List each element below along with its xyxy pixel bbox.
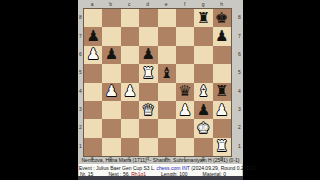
square-g6 (194, 46, 212, 64)
square-e3 (158, 101, 176, 119)
square-d5: ♜ (139, 64, 157, 82)
left-black-bar (0, 0, 78, 180)
piece-black-bishop: ♝ (160, 66, 173, 81)
square-a1 (84, 138, 102, 156)
square-f5 (176, 64, 194, 82)
square-e5: ♝ (158, 64, 176, 82)
rank-labels-right: 87654321 (237, 8, 242, 155)
rank-label-3: 3 (237, 100, 242, 118)
square-h1: ♜ (213, 138, 231, 156)
piece-black-pawn: ♟ (215, 29, 228, 44)
piece-white-pawn: ♟ (215, 103, 228, 118)
square-a7: ♟ (84, 27, 102, 45)
file-label-h: h (213, 1, 232, 7)
square-d6: ♟ (139, 46, 157, 64)
square-e1 (158, 138, 176, 156)
square-g1 (194, 138, 212, 156)
piece-black-pawn: ♟ (197, 103, 210, 118)
piece-white-king: ♚ (197, 121, 210, 136)
file-label-d: d (139, 1, 158, 7)
square-h8: ♚ (213, 9, 231, 27)
piece-black-pawn: ♟ (86, 29, 99, 44)
square-a5 (84, 64, 102, 82)
piece-white-pawn: ♟ (105, 84, 118, 99)
square-g8: ♜ (194, 9, 212, 27)
square-g3: ♟ (194, 101, 212, 119)
square-g5 (194, 64, 212, 82)
file-label-c: c (120, 1, 139, 7)
square-c2 (121, 119, 139, 137)
square-d3: ♛ (139, 101, 157, 119)
square-b5 (102, 64, 120, 82)
square-a4 (84, 83, 102, 101)
square-e2 (158, 119, 176, 137)
square-b7 (102, 27, 120, 45)
square-e4 (158, 83, 176, 101)
square-c6 (121, 46, 139, 64)
square-f6 (176, 46, 194, 64)
chess-board: ♜♚♟♟♟♟♟♜♝♟♟♛♝♜♛♟♟♟♚♜ (83, 8, 232, 157)
square-b1 (102, 138, 120, 156)
square-e6 (158, 46, 176, 64)
players-line: Nemcova, Hana Maria (1711) -- Sharath, S… (78, 158, 243, 163)
square-d1 (139, 138, 157, 156)
square-g7 (194, 27, 212, 45)
square-b8 (102, 9, 120, 27)
square-h7: ♟ (213, 27, 231, 45)
square-d7 (139, 27, 157, 45)
square-h6 (213, 46, 231, 64)
file-label-g: g (194, 1, 213, 7)
square-h4: ♜ (213, 83, 231, 101)
piece-white-pawn: ♟ (178, 103, 191, 118)
right-black-bar (243, 0, 320, 180)
square-h3: ♟ (213, 101, 231, 119)
square-f7 (176, 27, 194, 45)
piece-black-king: ♚ (215, 11, 228, 26)
rank-label-8: 8 (237, 8, 242, 26)
square-a3 (84, 101, 102, 119)
piece-white-pawn: ♟ (123, 84, 136, 99)
piece-black-pawn: ♟ (105, 47, 118, 62)
square-e8 (158, 9, 176, 27)
rank-label-5: 5 (237, 63, 242, 81)
square-d4 (139, 83, 157, 101)
file-label-a: a (83, 1, 102, 7)
square-b4: ♟ (102, 83, 120, 101)
piece-black-queen: ♛ (178, 84, 191, 99)
square-a2 (84, 119, 102, 137)
file-label-f: f (176, 1, 195, 7)
piece-black-pawn: ♟ (142, 47, 155, 62)
square-f4: ♛ (176, 83, 194, 101)
square-b3 (102, 101, 120, 119)
square-c5 (121, 64, 139, 82)
square-h5 (213, 64, 231, 82)
piece-white-rook: ♜ (142, 66, 155, 81)
square-g2: ♚ (194, 119, 212, 137)
file-label-e: e (157, 1, 176, 7)
rank-label-1: 1 (237, 137, 242, 155)
square-f1 (176, 138, 194, 156)
square-d8 (139, 9, 157, 27)
rank-label-4: 4 (237, 82, 242, 100)
square-f2 (176, 119, 194, 137)
square-e7 (158, 27, 176, 45)
square-c8 (121, 9, 139, 27)
square-a6: ♟ (84, 46, 102, 64)
square-h2 (213, 119, 231, 137)
square-c1 (121, 138, 139, 156)
square-c4: ♟ (121, 83, 139, 101)
square-a8 (84, 9, 102, 27)
file-label-b: b (102, 1, 121, 7)
piece-black-rook: ♜ (197, 11, 210, 26)
chess-diagram-panel: abcdefgh 87654321 87654321 abcdefgh ♜♚♟♟… (78, 0, 243, 180)
piece-white-pawn: ♟ (86, 47, 99, 62)
rank-label-2: 2 (237, 118, 242, 136)
piece-white-rook: ♜ (215, 139, 228, 154)
square-b2 (102, 119, 120, 137)
square-c7 (121, 27, 139, 45)
square-f8 (176, 9, 194, 27)
square-d2 (139, 119, 157, 137)
piece-white-bishop: ♝ (197, 84, 210, 99)
square-g4: ♝ (194, 83, 212, 101)
bottom-strip (78, 176, 243, 180)
piece-black-rook: ♜ (215, 84, 228, 99)
file-labels-top: abcdefgh (83, 1, 231, 7)
square-f3: ♟ (176, 101, 194, 119)
piece-white-queen: ♛ (142, 103, 155, 118)
square-c3 (121, 101, 139, 119)
rank-label-7: 7 (237, 26, 242, 44)
rank-label-6: 6 (237, 45, 242, 63)
square-b6: ♟ (102, 46, 120, 64)
